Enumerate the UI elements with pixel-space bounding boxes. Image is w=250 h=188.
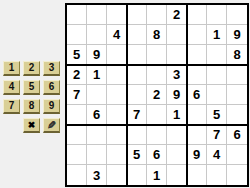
box-border-vertical-2 bbox=[186, 5, 188, 185]
cell-r1c4[interactable] bbox=[127, 5, 147, 25]
cell-r4c2[interactable]: 1 bbox=[87, 65, 107, 85]
cell-r9c9[interactable] bbox=[227, 165, 247, 185]
cell-r5c2[interactable] bbox=[87, 85, 107, 105]
cell-r7c3[interactable] bbox=[107, 125, 127, 145]
cell-r5c1[interactable]: 7 bbox=[67, 85, 87, 105]
cell-r6c1[interactable] bbox=[67, 105, 87, 125]
pencil-button[interactable]: ✎ bbox=[43, 118, 60, 133]
cell-r6c3[interactable] bbox=[107, 105, 127, 125]
key-1[interactable]: 1 bbox=[3, 61, 20, 76]
cell-r8c9[interactable] bbox=[227, 145, 247, 165]
cell-r1c8[interactable] bbox=[207, 5, 227, 25]
cell-r3c3[interactable] bbox=[107, 45, 127, 65]
cell-r8c3[interactable] bbox=[107, 145, 127, 165]
key-4[interactable]: 4 bbox=[3, 80, 20, 95]
key-7[interactable]: 7 bbox=[3, 99, 20, 114]
cell-r9c5[interactable]: 1 bbox=[147, 165, 167, 185]
cell-r5c3[interactable] bbox=[107, 85, 127, 105]
cell-r6c4[interactable]: 7 bbox=[127, 105, 147, 125]
cell-r3c1[interactable]: 5 bbox=[67, 45, 87, 65]
cell-r8c5[interactable]: 6 bbox=[147, 145, 167, 165]
cell-r8c7[interactable]: 9 bbox=[187, 145, 207, 165]
cell-r8c6[interactable] bbox=[167, 145, 187, 165]
cell-r5c9[interactable] bbox=[227, 85, 247, 105]
cell-r6c5[interactable] bbox=[147, 105, 167, 125]
cell-r4c6[interactable]: 3 bbox=[167, 65, 187, 85]
key-8[interactable]: 8 bbox=[23, 99, 40, 114]
cell-r6c6[interactable]: 1 bbox=[167, 105, 187, 125]
cell-r9c7[interactable] bbox=[187, 165, 207, 185]
key-6[interactable]: 6 bbox=[43, 80, 60, 95]
cell-r8c1[interactable] bbox=[67, 145, 87, 165]
cell-r7c2[interactable] bbox=[87, 125, 107, 145]
cell-r4c4[interactable] bbox=[127, 65, 147, 85]
cell-r8c2[interactable] bbox=[87, 145, 107, 165]
cell-r4c7[interactable] bbox=[187, 65, 207, 85]
key-5[interactable]: 5 bbox=[23, 80, 40, 95]
cell-r7c9[interactable]: 6 bbox=[227, 125, 247, 145]
cell-r8c8[interactable]: 4 bbox=[207, 145, 227, 165]
box-border-horizontal-1 bbox=[67, 64, 247, 66]
cell-r2c8[interactable]: 1 bbox=[207, 25, 227, 45]
box-border-vertical-1 bbox=[126, 5, 128, 185]
cell-r7c1[interactable] bbox=[67, 125, 87, 145]
cell-r1c2[interactable] bbox=[87, 5, 107, 25]
cell-r2c2[interactable] bbox=[87, 25, 107, 45]
cell-r7c6[interactable] bbox=[167, 125, 187, 145]
cell-r5c5[interactable]: 2 bbox=[147, 85, 167, 105]
cell-r4c3[interactable] bbox=[107, 65, 127, 85]
cell-r7c4[interactable] bbox=[127, 125, 147, 145]
box-border-horizontal-2 bbox=[67, 124, 247, 126]
cell-r8c4[interactable]: 5 bbox=[127, 145, 147, 165]
cell-r2c7[interactable] bbox=[187, 25, 207, 45]
cell-r9c8[interactable] bbox=[207, 165, 227, 185]
cell-r9c3[interactable] bbox=[107, 165, 127, 185]
key-9[interactable]: 9 bbox=[43, 99, 60, 114]
cell-r1c3[interactable] bbox=[107, 5, 127, 25]
cell-r7c7[interactable] bbox=[187, 125, 207, 145]
cell-r2c4[interactable] bbox=[127, 25, 147, 45]
key-2[interactable]: 2 bbox=[23, 61, 40, 76]
erase-x-icon: ✖ bbox=[28, 121, 36, 130]
cell-r5c4[interactable] bbox=[127, 85, 147, 105]
cell-r3c4[interactable] bbox=[127, 45, 147, 65]
cell-r2c3[interactable]: 4 bbox=[107, 25, 127, 45]
cell-r2c6[interactable] bbox=[167, 25, 187, 45]
cell-r7c5[interactable] bbox=[147, 125, 167, 145]
key-3[interactable]: 3 bbox=[43, 61, 60, 76]
cell-r6c8[interactable]: 5 bbox=[207, 105, 227, 125]
cell-r4c5[interactable] bbox=[147, 65, 167, 85]
cell-r3c2[interactable]: 9 bbox=[87, 45, 107, 65]
cell-r4c8[interactable] bbox=[207, 65, 227, 85]
cell-r9c2[interactable]: 3 bbox=[87, 165, 107, 185]
cell-r6c2[interactable]: 6 bbox=[87, 105, 107, 125]
erase-button[interactable]: ✖ bbox=[23, 118, 40, 133]
cell-r1c6[interactable]: 2 bbox=[167, 5, 187, 25]
cell-r4c1[interactable]: 2 bbox=[67, 65, 87, 85]
cell-r2c9[interactable]: 9 bbox=[227, 25, 247, 45]
cell-r2c1[interactable] bbox=[67, 25, 87, 45]
cell-r5c7[interactable]: 6 bbox=[187, 85, 207, 105]
cell-r3c7[interactable] bbox=[187, 45, 207, 65]
cell-r5c8[interactable] bbox=[207, 85, 227, 105]
cell-r1c1[interactable] bbox=[67, 5, 87, 25]
cell-r1c7[interactable] bbox=[187, 5, 207, 25]
cell-r3c9[interactable]: 8 bbox=[227, 45, 247, 65]
sudoku-board: 248195982137296671576569431 bbox=[65, 3, 249, 187]
cell-r6c7[interactable] bbox=[187, 105, 207, 125]
cell-r3c5[interactable] bbox=[147, 45, 167, 65]
cell-r2c5[interactable]: 8 bbox=[147, 25, 167, 45]
cell-r9c4[interactable] bbox=[127, 165, 147, 185]
cell-r6c9[interactable] bbox=[227, 105, 247, 125]
pencil-icon: ✎ bbox=[47, 120, 56, 131]
cell-r9c6[interactable] bbox=[167, 165, 187, 185]
sudoku-app: 123456789✖✎ 248195982137296671576569431 bbox=[0, 0, 250, 188]
cell-r3c8[interactable] bbox=[207, 45, 227, 65]
cell-r4c9[interactable] bbox=[227, 65, 247, 85]
number-keypad: 123456789✖✎ bbox=[3, 61, 60, 133]
cell-r5c6[interactable]: 9 bbox=[167, 85, 187, 105]
cell-r1c5[interactable] bbox=[147, 5, 167, 25]
cell-r7c8[interactable]: 7 bbox=[207, 125, 227, 145]
cell-r9c1[interactable] bbox=[67, 165, 87, 185]
cell-r1c9[interactable] bbox=[227, 5, 247, 25]
cell-r3c6[interactable] bbox=[167, 45, 187, 65]
